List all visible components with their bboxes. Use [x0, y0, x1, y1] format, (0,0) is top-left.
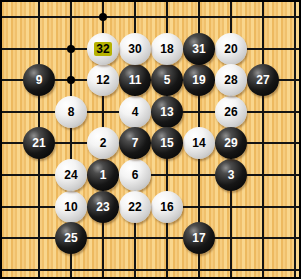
stone-white-move-4: 4 [119, 96, 151, 128]
stone-black-move-25: 25 [55, 222, 87, 254]
stone-white-move-10: 10 [55, 191, 87, 223]
move-number: 2 [100, 137, 107, 149]
move-number: 28 [224, 74, 237, 86]
stone-black-move-19: 19 [183, 64, 215, 96]
move-number: 3 [228, 169, 235, 181]
stone-black-move-17: 17 [183, 222, 215, 254]
move-number: 24 [64, 169, 77, 181]
move-number: 23 [96, 201, 109, 213]
move-number: 30 [128, 43, 141, 55]
marked-point-dot [99, 13, 107, 21]
move-number: 8 [68, 106, 75, 118]
move-number: 9 [36, 74, 43, 86]
move-number: 6 [132, 169, 139, 181]
stone-white-move-30: 30 [119, 33, 151, 65]
stone-white-move-2: 2 [87, 127, 119, 159]
stone-white-move-32: 32 [87, 33, 119, 65]
move-number: 10 [64, 201, 77, 213]
stone-black-move-29: 29 [215, 127, 247, 159]
move-number: 15 [160, 137, 173, 149]
stone-white-move-6: 6 [119, 159, 151, 191]
move-number: 17 [192, 232, 205, 244]
stone-black-move-3: 3 [215, 159, 247, 191]
stone-white-move-20: 20 [215, 33, 247, 65]
stone-white-move-16: 16 [151, 191, 183, 223]
stone-white-move-8: 8 [55, 96, 87, 128]
stone-black-move-13: 13 [151, 96, 183, 128]
stone-white-move-12: 12 [87, 64, 119, 96]
grid-vline [294, 2, 296, 277]
stone-black-move-27: 27 [247, 64, 279, 96]
stone-black-move-9: 9 [23, 64, 55, 96]
stone-black-move-7: 7 [119, 127, 151, 159]
stone-white-move-18: 18 [151, 33, 183, 65]
move-number: 29 [224, 137, 237, 149]
grid-vline [262, 2, 264, 277]
move-number: 25 [64, 232, 77, 244]
move-number: 20 [224, 43, 237, 55]
move-number: 26 [224, 106, 237, 118]
grid-hline [2, 269, 299, 271]
stone-white-move-22: 22 [119, 191, 151, 223]
move-number: 7 [132, 137, 139, 149]
move-number: 5 [164, 74, 171, 86]
marked-point-dot [67, 76, 75, 84]
stone-black-move-21: 21 [23, 127, 55, 159]
move-number: 14 [192, 137, 205, 149]
move-number: 12 [96, 74, 109, 86]
stone-black-move-15: 15 [151, 127, 183, 159]
stone-black-move-11: 11 [119, 64, 151, 96]
move-number: 1 [100, 169, 107, 181]
stone-black-move-1: 1 [87, 159, 119, 191]
stone-black-move-23: 23 [87, 191, 119, 223]
stone-white-move-14: 14 [183, 127, 215, 159]
move-number: 4 [132, 106, 139, 118]
go-board[interactable]: 1234567891011121314151617181920212223242… [0, 0, 301, 279]
move-number: 13 [160, 106, 173, 118]
move-number: 22 [128, 201, 141, 213]
move-number: 19 [192, 74, 205, 86]
stone-black-move-31: 31 [183, 33, 215, 65]
stone-white-move-24: 24 [55, 159, 87, 191]
grid-hline [2, 16, 299, 18]
stone-white-move-28: 28 [215, 64, 247, 96]
last-move-number: 32 [94, 42, 111, 56]
stone-black-move-5: 5 [151, 64, 183, 96]
move-number: 11 [129, 74, 142, 86]
move-number: 21 [32, 137, 45, 149]
move-number: 16 [160, 201, 173, 213]
move-number: 27 [256, 74, 269, 86]
move-number: 31 [192, 43, 205, 55]
stone-white-move-26: 26 [215, 96, 247, 128]
grid-hline [2, 237, 299, 239]
marked-point-dot [67, 45, 75, 53]
move-number: 18 [160, 43, 173, 55]
